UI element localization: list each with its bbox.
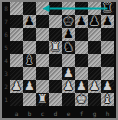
square-h4[interactable] — [101, 54, 114, 67]
piece-white-pawn[interactable]: ♟ — [89, 80, 100, 93]
rank-label-3: 3 — [2, 67, 10, 80]
piece-black-bishop[interactable]: ♝ — [24, 54, 35, 67]
square-e2[interactable]: ♟ — [62, 80, 75, 93]
square-c3[interactable] — [36, 67, 49, 80]
square-f2[interactable]: ♟ — [75, 80, 88, 93]
file-label-f: f — [75, 109, 88, 118]
square-a5[interactable] — [10, 41, 23, 54]
square-a1[interactable] — [10, 93, 23, 106]
rank-label-4: 4 — [2, 54, 10, 67]
square-a7[interactable] — [10, 15, 23, 28]
square-b7[interactable]: ♟ — [23, 15, 36, 28]
square-g2[interactable]: ♟ — [88, 80, 101, 93]
square-b6[interactable] — [23, 28, 36, 41]
piece-white-bishop[interactable]: ♝ — [102, 93, 113, 106]
square-g5[interactable] — [88, 41, 101, 54]
square-h6[interactable] — [101, 28, 114, 41]
square-d4[interactable] — [49, 54, 62, 67]
square-b8[interactable] — [23, 2, 36, 15]
square-c5[interactable] — [36, 41, 49, 54]
square-f7[interactable]: ♟ — [75, 15, 88, 28]
square-g1[interactable] — [88, 93, 101, 106]
square-d8[interactable] — [49, 2, 62, 15]
file-label-g: g — [88, 109, 101, 118]
piece-white-rook[interactable]: ♜ — [37, 93, 48, 106]
file-label-d: d — [49, 109, 62, 118]
piece-white-pawn[interactable]: ♟ — [11, 80, 22, 93]
chess-app-window: 87654321 ♜♟♚♟♟♟♟♜♞♝♟♟♟♟♟♟♟♜♚♝ abcdefgh — [0, 0, 118, 120]
square-a6[interactable] — [10, 28, 23, 41]
square-e4[interactable] — [62, 54, 75, 67]
piece-white-pawn[interactable]: ♟ — [63, 80, 74, 93]
square-d1[interactable] — [49, 93, 62, 106]
square-h5[interactable] — [101, 41, 114, 54]
square-c2[interactable] — [36, 80, 49, 93]
square-e5[interactable]: ♞ — [62, 41, 75, 54]
square-d7[interactable] — [49, 15, 62, 28]
square-b3[interactable] — [23, 67, 36, 80]
square-e3[interactable]: ♟ — [62, 67, 75, 80]
square-a4[interactable] — [10, 54, 23, 67]
rank-label-2: 2 — [2, 80, 10, 93]
square-h7[interactable]: ♟ — [101, 15, 114, 28]
square-a3[interactable] — [10, 67, 23, 80]
square-e1[interactable] — [62, 93, 75, 106]
piece-black-pawn[interactable]: ♟ — [76, 15, 87, 28]
piece-black-pawn[interactable]: ♟ — [89, 15, 100, 28]
rank-label-6: 6 — [2, 28, 10, 41]
piece-black-knight[interactable]: ♞ — [63, 41, 74, 54]
piece-black-pawn[interactable]: ♟ — [63, 28, 74, 41]
square-g3[interactable] — [88, 67, 101, 80]
piece-white-pawn[interactable]: ♟ — [76, 80, 87, 93]
square-g8[interactable] — [88, 2, 101, 15]
square-a2[interactable]: ♟ — [10, 80, 23, 93]
square-b5[interactable] — [23, 41, 36, 54]
square-d2[interactable] — [49, 80, 62, 93]
square-f4[interactable] — [75, 54, 88, 67]
piece-white-rook[interactable]: ♜ — [50, 41, 61, 54]
square-f6[interactable] — [75, 28, 88, 41]
square-g4[interactable] — [88, 54, 101, 67]
square-b4[interactable]: ♝ — [23, 54, 36, 67]
square-e6[interactable]: ♟ — [62, 28, 75, 41]
rank-label-7: 7 — [2, 15, 10, 28]
square-e8[interactable] — [62, 2, 75, 15]
square-g7[interactable]: ♟ — [88, 15, 101, 28]
square-c1[interactable]: ♜ — [36, 93, 49, 106]
file-label-e: e — [62, 109, 75, 118]
piece-white-pawn[interactable]: ♟ — [63, 67, 74, 80]
square-c4[interactable] — [36, 54, 49, 67]
square-f3[interactable] — [75, 67, 88, 80]
square-f5[interactable] — [75, 41, 88, 54]
file-label-c: c — [36, 109, 49, 118]
piece-white-king[interactable]: ♚ — [76, 93, 87, 106]
square-f1[interactable]: ♚ — [75, 93, 88, 106]
square-c6[interactable] — [36, 28, 49, 41]
square-h1[interactable]: ♝ — [101, 93, 114, 106]
square-c7[interactable] — [36, 15, 49, 28]
piece-white-pawn[interactable]: ♟ — [24, 80, 35, 93]
piece-white-pawn[interactable]: ♟ — [102, 80, 113, 93]
square-f8[interactable] — [75, 2, 88, 15]
rank-label-8: 8 — [2, 2, 10, 15]
square-c8[interactable] — [36, 2, 49, 15]
square-g6[interactable] — [88, 28, 101, 41]
square-h3[interactable] — [101, 67, 114, 80]
square-h8[interactable]: ♜ — [101, 2, 114, 15]
square-e7[interactable]: ♚ — [62, 15, 75, 28]
rank-label-1: 1 — [2, 93, 10, 106]
square-b2[interactable]: ♟ — [23, 80, 36, 93]
piece-black-pawn[interactable]: ♟ — [24, 15, 35, 28]
piece-black-king[interactable]: ♚ — [63, 15, 74, 28]
file-labels: abcdefgh — [10, 109, 114, 118]
square-a8[interactable] — [10, 2, 23, 15]
piece-black-rook[interactable]: ♜ — [102, 2, 113, 15]
file-label-b: b — [23, 109, 36, 118]
square-d6[interactable] — [49, 28, 62, 41]
square-d5[interactable]: ♜ — [49, 41, 62, 54]
chess-board[interactable]: ♜♟♚♟♟♟♟♜♞♝♟♟♟♟♟♟♟♜♚♝ — [10, 2, 114, 106]
piece-black-pawn[interactable]: ♟ — [102, 15, 113, 28]
square-d3[interactable] — [49, 67, 62, 80]
square-h2[interactable]: ♟ — [101, 80, 114, 93]
file-label-a: a — [10, 109, 23, 118]
rank-labels: 87654321 — [2, 2, 10, 106]
file-label-h: h — [101, 109, 114, 118]
rank-label-5: 5 — [2, 41, 10, 54]
square-b1[interactable] — [23, 93, 36, 106]
